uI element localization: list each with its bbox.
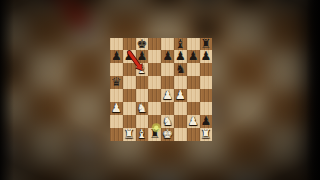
bg-square-c6: ♝ — [67, 8, 107, 48]
square-g5[interactable] — [187, 76, 200, 89]
square-g2[interactable]: ♟ — [187, 115, 200, 128]
square-d1[interactable]: ♜ — [148, 128, 161, 141]
bg-square-g4 — [227, 88, 267, 128]
square-a1[interactable] — [110, 128, 123, 141]
bg-piece-white-bishop-c6: ♝ — [67, 8, 107, 48]
piece-black-queen-a5[interactable]: ♛ — [110, 76, 123, 89]
square-h2[interactable]: ♟ — [200, 115, 213, 128]
piece-white-pawn-f4[interactable]: ♟ — [174, 89, 187, 102]
piece-white-knight-c3[interactable]: ♞ — [136, 102, 149, 115]
square-h4[interactable] — [200, 89, 213, 102]
square-d3[interactable] — [148, 102, 161, 115]
square-b5[interactable] — [123, 76, 136, 89]
square-f1[interactable] — [174, 128, 187, 141]
square-f6[interactable]: ♞ — [174, 63, 187, 76]
bg-square-c3: ♞ — [67, 128, 107, 168]
square-g3[interactable] — [187, 102, 200, 115]
square-a5[interactable]: ♛ — [110, 76, 123, 89]
piece-black-pawn-h2[interactable]: ♟ — [200, 115, 213, 128]
square-b6[interactable] — [123, 63, 136, 76]
square-h1[interactable]: ♜ — [200, 128, 213, 141]
bg-square-a2 — [0, 169, 27, 180]
bg-square-b4 — [27, 88, 67, 128]
piece-black-pawn-b7[interactable]: ♟ — [123, 50, 136, 63]
square-c6[interactable]: ♝ — [136, 63, 149, 76]
bg-square-g3 — [227, 128, 267, 168]
square-b4[interactable] — [123, 89, 136, 102]
bg-square-a5: ♛ — [0, 48, 27, 88]
square-d6[interactable] — [148, 63, 161, 76]
bg-square-a7: ♟ — [0, 0, 27, 8]
bg-piece-black-pawn-h7: ♟ — [267, 0, 307, 8]
square-f2[interactable] — [174, 115, 187, 128]
square-c5[interactable] — [136, 76, 149, 89]
square-d4[interactable] — [148, 89, 161, 102]
square-g7[interactable]: ♟ — [187, 50, 200, 63]
square-h3[interactable] — [200, 102, 213, 115]
piece-white-king-e1[interactable]: ♚ — [161, 128, 174, 141]
square-e3[interactable] — [161, 102, 174, 115]
square-e6[interactable] — [161, 63, 174, 76]
bg-piece-white-knight-c3: ♞ — [67, 128, 107, 168]
piece-white-pawn-a3[interactable]: ♟ — [110, 102, 123, 115]
square-d2[interactable] — [148, 115, 161, 128]
square-d7[interactable] — [148, 50, 161, 63]
piece-black-knight-f6[interactable]: ♞ — [174, 63, 187, 76]
square-d5[interactable] — [148, 76, 161, 89]
square-g1[interactable] — [187, 128, 200, 141]
square-b3[interactable] — [123, 102, 136, 115]
piece-white-bishop-c6[interactable]: ♝ — [136, 63, 149, 76]
piece-white-pawn-e4[interactable]: ♟ — [161, 89, 174, 102]
bg-square-h6 — [267, 8, 307, 48]
square-e4[interactable]: ♟ — [161, 89, 174, 102]
bg-square-h4 — [267, 88, 307, 128]
piece-white-bishop-c1[interactable]: ♝ — [136, 128, 149, 141]
square-c3[interactable]: ♞ — [136, 102, 149, 115]
bg-piece-white-knight-e2: ♞ — [147, 169, 187, 180]
bg-square-e2: ♞ — [147, 169, 187, 180]
bg-square-a4 — [0, 88, 27, 128]
bg-square-b7: ♟ — [27, 0, 67, 8]
bg-square-g6 — [227, 8, 267, 48]
square-g4[interactable] — [187, 89, 200, 102]
square-b2[interactable] — [123, 115, 136, 128]
bg-piece-white-pawn-g2: ♟ — [227, 169, 267, 180]
square-e7[interactable]: ♟ — [161, 50, 174, 63]
chess-board: ♚♝♜♟♟♟♟♟♟♟♝♞♛♟♟♟♞♞♟♟♜♝♜♚♜ — [110, 38, 212, 141]
video-frame: ♚♝♜♟♟♟♟♟♟♟♝♞♛♟♟♟♞♞♟♟♜♝♜♚♜ ♚♝♜♟♟♟♟♟♟♟♝♞♛♟… — [0, 0, 320, 180]
square-h6[interactable] — [200, 63, 213, 76]
square-f3[interactable] — [174, 102, 187, 115]
piece-white-pawn-g2[interactable]: ♟ — [187, 115, 200, 128]
square-h7[interactable]: ♟ — [200, 50, 213, 63]
bg-piece-white-pawn-a3: ♟ — [0, 128, 27, 168]
bg-square-h7: ♟ — [267, 0, 307, 8]
piece-white-rook-h1[interactable]: ♜ — [200, 128, 213, 141]
piece-black-pawn-e7[interactable]: ♟ — [161, 50, 174, 63]
bg-square-g5 — [227, 48, 267, 88]
bg-piece-black-queen-a5: ♛ — [0, 48, 27, 88]
square-a3[interactable]: ♟ — [110, 102, 123, 115]
piece-black-pawn-g7[interactable]: ♟ — [187, 50, 200, 63]
square-c1[interactable]: ♝ — [136, 128, 149, 141]
bg-piece-black-pawn-e7: ♟ — [147, 0, 187, 8]
square-d8[interactable] — [148, 38, 161, 51]
bg-square-d7 — [107, 0, 147, 8]
square-a2[interactable] — [110, 115, 123, 128]
square-b7[interactable]: ♟ — [123, 50, 136, 63]
piece-black-rook-d1[interactable]: ♜ — [148, 128, 161, 141]
bg-square-d2 — [107, 169, 147, 180]
bg-square-a3: ♟ — [0, 128, 27, 168]
bg-square-c4 — [67, 88, 107, 128]
bg-square-h5 — [267, 48, 307, 88]
piece-black-pawn-h7[interactable]: ♟ — [200, 50, 213, 63]
bg-piece-black-pawn-g7: ♟ — [227, 0, 267, 8]
piece-white-knight-e2[interactable]: ♞ — [161, 115, 174, 128]
bg-square-b5 — [27, 48, 67, 88]
bg-square-b3 — [27, 128, 67, 168]
piece-white-rook-b1[interactable]: ♜ — [123, 128, 136, 141]
square-e1[interactable]: ♚ — [161, 128, 174, 141]
square-g6[interactable] — [187, 63, 200, 76]
bg-square-f2 — [187, 169, 227, 180]
bg-square-b2 — [27, 169, 67, 180]
bg-square-b6 — [27, 8, 67, 48]
bg-square-h2: ♟ — [267, 169, 307, 180]
square-c2[interactable] — [136, 115, 149, 128]
bg-square-a6 — [0, 8, 27, 48]
bg-square-c2 — [67, 169, 107, 180]
bg-square-g2: ♟ — [227, 169, 267, 180]
bg-piece-black-pawn-b7: ♟ — [27, 0, 67, 8]
square-b1[interactable]: ♜ — [123, 128, 136, 141]
piece-black-pawn-a7[interactable]: ♟ — [110, 50, 123, 63]
square-h5[interactable] — [200, 76, 213, 89]
bg-square-c5 — [67, 48, 107, 88]
bg-square-e7: ♟ — [147, 0, 187, 8]
bg-piece-black-pawn-a7: ♟ — [0, 0, 27, 8]
bg-square-h3 — [267, 128, 307, 168]
square-e2[interactable]: ♞ — [161, 115, 174, 128]
square-a7[interactable]: ♟ — [110, 50, 123, 63]
square-f4[interactable]: ♟ — [174, 89, 187, 102]
bg-square-g7: ♟ — [227, 0, 267, 8]
bg-piece-black-pawn-h2: ♟ — [267, 169, 307, 180]
